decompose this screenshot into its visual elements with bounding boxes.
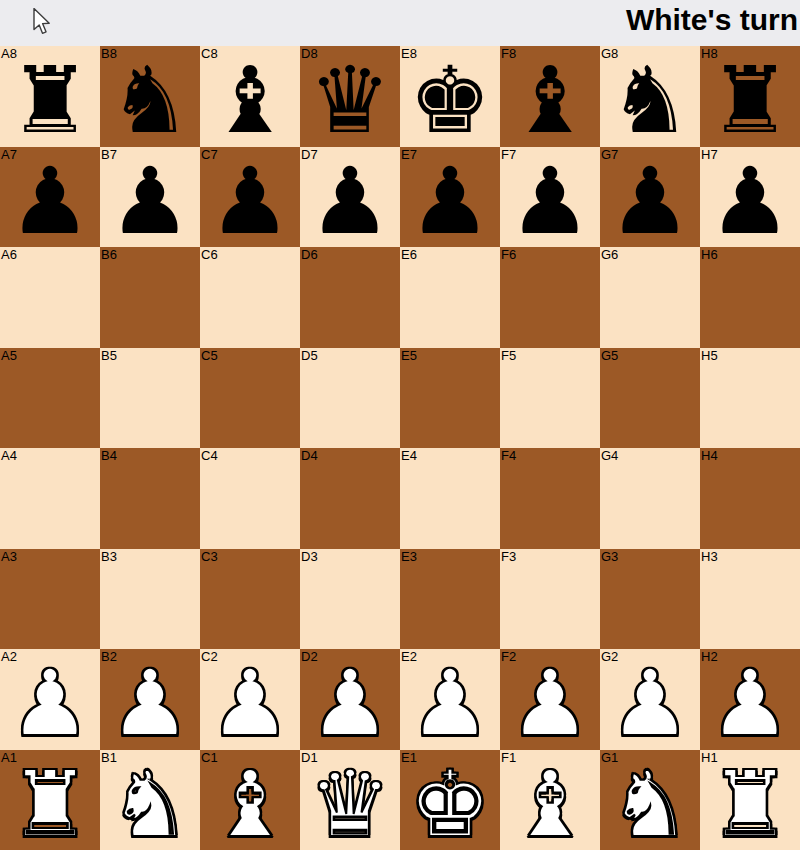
square-e2[interactable]: E2♟ xyxy=(400,649,500,750)
square-label: A3 xyxy=(1,549,17,564)
square-g7[interactable]: G7♟ xyxy=(600,147,700,248)
square-label: H3 xyxy=(701,549,718,564)
square-label: F8 xyxy=(501,46,516,61)
square-d1[interactable]: D1♛ xyxy=(300,750,400,850)
square-label: A7 xyxy=(1,147,17,162)
status-bar: White's turn xyxy=(0,0,800,46)
piece-black-knight[interactable]: ♞ xyxy=(100,51,200,147)
square-g4[interactable]: G4 xyxy=(600,448,700,549)
piece-black-rook[interactable]: ♜ xyxy=(700,51,800,147)
square-g6[interactable]: G6 xyxy=(600,247,700,348)
square-label: C6 xyxy=(201,247,218,262)
square-b2[interactable]: B2♟ xyxy=(100,649,200,750)
square-c1[interactable]: C1♝ xyxy=(200,750,300,850)
square-label: A5 xyxy=(1,348,17,363)
square-label: A2 xyxy=(1,649,17,664)
square-h3[interactable]: H3 xyxy=(700,549,800,650)
square-label: G3 xyxy=(601,549,618,564)
square-label: G4 xyxy=(601,448,618,463)
square-label: C1 xyxy=(201,750,218,765)
square-d7[interactable]: D7♟ xyxy=(300,147,400,248)
piece-black-king[interactable]: ♚ xyxy=(400,51,500,147)
piece-white-bishop[interactable]: ♝ xyxy=(500,755,600,850)
piece-white-knight[interactable]: ♞ xyxy=(600,755,700,850)
square-g3[interactable]: G3 xyxy=(600,549,700,650)
square-b8[interactable]: B8♞ xyxy=(100,46,200,147)
square-label: H6 xyxy=(701,247,718,262)
square-d5[interactable]: D5 xyxy=(300,348,400,449)
square-label: H5 xyxy=(701,348,718,363)
square-label: F5 xyxy=(501,348,516,363)
square-label: D6 xyxy=(301,247,318,262)
square-a3[interactable]: A3 xyxy=(0,549,100,650)
square-label: G1 xyxy=(601,750,618,765)
piece-white-king[interactable]: ♚ xyxy=(400,755,500,850)
square-label: C4 xyxy=(201,448,218,463)
square-b3[interactable]: B3 xyxy=(100,549,200,650)
piece-black-pawn[interactable]: ♟ xyxy=(600,152,700,248)
square-label: B7 xyxy=(101,147,117,162)
square-label: E8 xyxy=(401,46,417,61)
square-f2[interactable]: F2♟ xyxy=(500,649,600,750)
chess-board: A8♜B8♞C8♝D8♛E8♚F8♝G8♞H8♜A7♟B7♟C7♟D7♟E7♟F… xyxy=(0,46,800,850)
square-c6[interactable]: C6 xyxy=(200,247,300,348)
square-label: B5 xyxy=(101,348,117,363)
square-f4[interactable]: F4 xyxy=(500,448,600,549)
square-label: E4 xyxy=(401,448,417,463)
square-label: F1 xyxy=(501,750,516,765)
square-h6[interactable]: H6 xyxy=(700,247,800,348)
square-d4[interactable]: D4 xyxy=(300,448,400,549)
square-label: D8 xyxy=(301,46,318,61)
piece-black-knight[interactable]: ♞ xyxy=(600,51,700,147)
square-label: H4 xyxy=(701,448,718,463)
piece-white-pawn[interactable]: ♟ xyxy=(100,654,200,750)
square-h1[interactable]: H1♜ xyxy=(700,750,800,850)
square-e7[interactable]: E7♟ xyxy=(400,147,500,248)
square-label: D3 xyxy=(301,549,318,564)
square-label: D2 xyxy=(301,649,318,664)
square-a8[interactable]: A8♜ xyxy=(0,46,100,147)
square-label: E3 xyxy=(401,549,417,564)
piece-white-queen[interactable]: ♛ xyxy=(300,755,400,850)
square-label: G7 xyxy=(601,147,618,162)
square-label: G6 xyxy=(601,247,618,262)
square-h5[interactable]: H5 xyxy=(700,348,800,449)
square-e1[interactable]: E1♚ xyxy=(400,750,500,850)
square-f1[interactable]: F1♝ xyxy=(500,750,600,850)
piece-white-pawn[interactable]: ♟ xyxy=(500,654,600,750)
square-e4[interactable]: E4 xyxy=(400,448,500,549)
square-d6[interactable]: D6 xyxy=(300,247,400,348)
square-label: C3 xyxy=(201,549,218,564)
square-a6[interactable]: A6 xyxy=(0,247,100,348)
square-label: H8 xyxy=(701,46,718,61)
square-c8[interactable]: C8♝ xyxy=(200,46,300,147)
piece-white-rook[interactable]: ♜ xyxy=(700,755,800,850)
square-label: B1 xyxy=(101,750,117,765)
square-f5[interactable]: F5 xyxy=(500,348,600,449)
square-label: G5 xyxy=(601,348,618,363)
piece-black-pawn[interactable]: ♟ xyxy=(500,152,600,248)
square-a5[interactable]: A5 xyxy=(0,348,100,449)
square-e3[interactable]: E3 xyxy=(400,549,500,650)
square-label: A6 xyxy=(1,247,17,262)
square-a7[interactable]: A7♟ xyxy=(0,147,100,248)
square-e5[interactable]: E5 xyxy=(400,348,500,449)
square-f3[interactable]: F3 xyxy=(500,549,600,650)
square-label: B6 xyxy=(101,247,117,262)
square-c5[interactable]: C5 xyxy=(200,348,300,449)
square-a4[interactable]: A4 xyxy=(0,448,100,549)
square-e8[interactable]: E8♚ xyxy=(400,46,500,147)
piece-white-rook[interactable]: ♜ xyxy=(0,755,100,850)
piece-black-pawn[interactable]: ♟ xyxy=(400,152,500,248)
square-d3[interactable]: D3 xyxy=(300,549,400,650)
square-c4[interactable]: C4 xyxy=(200,448,300,549)
mouse-cursor-icon xyxy=(33,8,50,35)
piece-white-knight[interactable]: ♞ xyxy=(100,755,200,850)
square-h7[interactable]: H7♟ xyxy=(700,147,800,248)
piece-white-pawn[interactable]: ♟ xyxy=(700,654,800,750)
chess-app-window: White's turn A8♜B8♞C8♝D8♛E8♚F8♝G8♞H8♜A7♟… xyxy=(0,0,800,850)
square-h4[interactable]: H4 xyxy=(700,448,800,549)
square-label: C5 xyxy=(201,348,218,363)
square-label: E6 xyxy=(401,247,417,262)
piece-black-rook[interactable]: ♜ xyxy=(0,51,100,147)
piece-white-pawn[interactable]: ♟ xyxy=(0,654,100,750)
square-label: E1 xyxy=(401,750,417,765)
piece-black-pawn[interactable]: ♟ xyxy=(300,152,400,248)
piece-black-pawn[interactable]: ♟ xyxy=(700,152,800,248)
square-a1[interactable]: A1♜ xyxy=(0,750,100,850)
square-a2[interactable]: A2♟ xyxy=(0,649,100,750)
square-label: D4 xyxy=(301,448,318,463)
square-c3[interactable]: C3 xyxy=(200,549,300,650)
square-label: D5 xyxy=(301,348,318,363)
square-label: C7 xyxy=(201,147,218,162)
square-label: A4 xyxy=(1,448,17,463)
square-label: D7 xyxy=(301,147,318,162)
square-label: E5 xyxy=(401,348,417,363)
square-f6[interactable]: F6 xyxy=(500,247,600,348)
piece-white-pawn[interactable]: ♟ xyxy=(600,654,700,750)
square-g2[interactable]: G2♟ xyxy=(600,649,700,750)
piece-black-queen[interactable]: ♛ xyxy=(300,51,400,147)
square-label: H2 xyxy=(701,649,718,664)
square-b1[interactable]: B1♞ xyxy=(100,750,200,850)
square-e6[interactable]: E6 xyxy=(400,247,500,348)
square-f8[interactable]: F8♝ xyxy=(500,46,600,147)
square-label: F2 xyxy=(501,649,516,664)
square-g5[interactable]: G5 xyxy=(600,348,700,449)
square-label: B4 xyxy=(101,448,117,463)
square-b4[interactable]: B4 xyxy=(100,448,200,549)
square-g1[interactable]: G1♞ xyxy=(600,750,700,850)
piece-white-pawn[interactable]: ♟ xyxy=(200,654,300,750)
piece-black-bishop[interactable]: ♝ xyxy=(200,51,300,147)
square-label: F7 xyxy=(501,147,516,162)
square-label: C2 xyxy=(201,649,218,664)
square-label: F4 xyxy=(501,448,516,463)
piece-black-pawn[interactable]: ♟ xyxy=(0,152,100,248)
square-label: E7 xyxy=(401,147,417,162)
square-d8[interactable]: D8♛ xyxy=(300,46,400,147)
square-f7[interactable]: F7♟ xyxy=(500,147,600,248)
piece-white-bishop[interactable]: ♝ xyxy=(200,755,300,850)
square-label: B3 xyxy=(101,549,117,564)
piece-white-pawn[interactable]: ♟ xyxy=(400,654,500,750)
square-label: G2 xyxy=(601,649,618,664)
piece-black-pawn[interactable]: ♟ xyxy=(200,152,300,248)
square-b5[interactable]: B5 xyxy=(100,348,200,449)
square-h2[interactable]: H2♟ xyxy=(700,649,800,750)
square-b6[interactable]: B6 xyxy=(100,247,200,348)
square-label: A1 xyxy=(1,750,17,765)
square-label: H1 xyxy=(701,750,718,765)
square-label: H7 xyxy=(701,147,718,162)
square-label: F6 xyxy=(501,247,516,262)
turn-indicator-text: White's turn xyxy=(626,3,798,37)
square-label: D1 xyxy=(301,750,318,765)
square-d2[interactable]: D2♟ xyxy=(300,649,400,750)
square-c7[interactable]: C7♟ xyxy=(200,147,300,248)
square-g8[interactable]: G8♞ xyxy=(600,46,700,147)
square-label: F3 xyxy=(501,549,516,564)
piece-black-pawn[interactable]: ♟ xyxy=(100,152,200,248)
square-c2[interactable]: C2♟ xyxy=(200,649,300,750)
square-label: B2 xyxy=(101,649,117,664)
square-label: C8 xyxy=(201,46,218,61)
square-label: G8 xyxy=(601,46,618,61)
piece-white-pawn[interactable]: ♟ xyxy=(300,654,400,750)
square-label: E2 xyxy=(401,649,417,664)
square-h8[interactable]: H8♜ xyxy=(700,46,800,147)
piece-black-bishop[interactable]: ♝ xyxy=(500,51,600,147)
square-b7[interactable]: B7♟ xyxy=(100,147,200,248)
square-label: A8 xyxy=(1,46,17,61)
square-label: B8 xyxy=(101,46,117,61)
